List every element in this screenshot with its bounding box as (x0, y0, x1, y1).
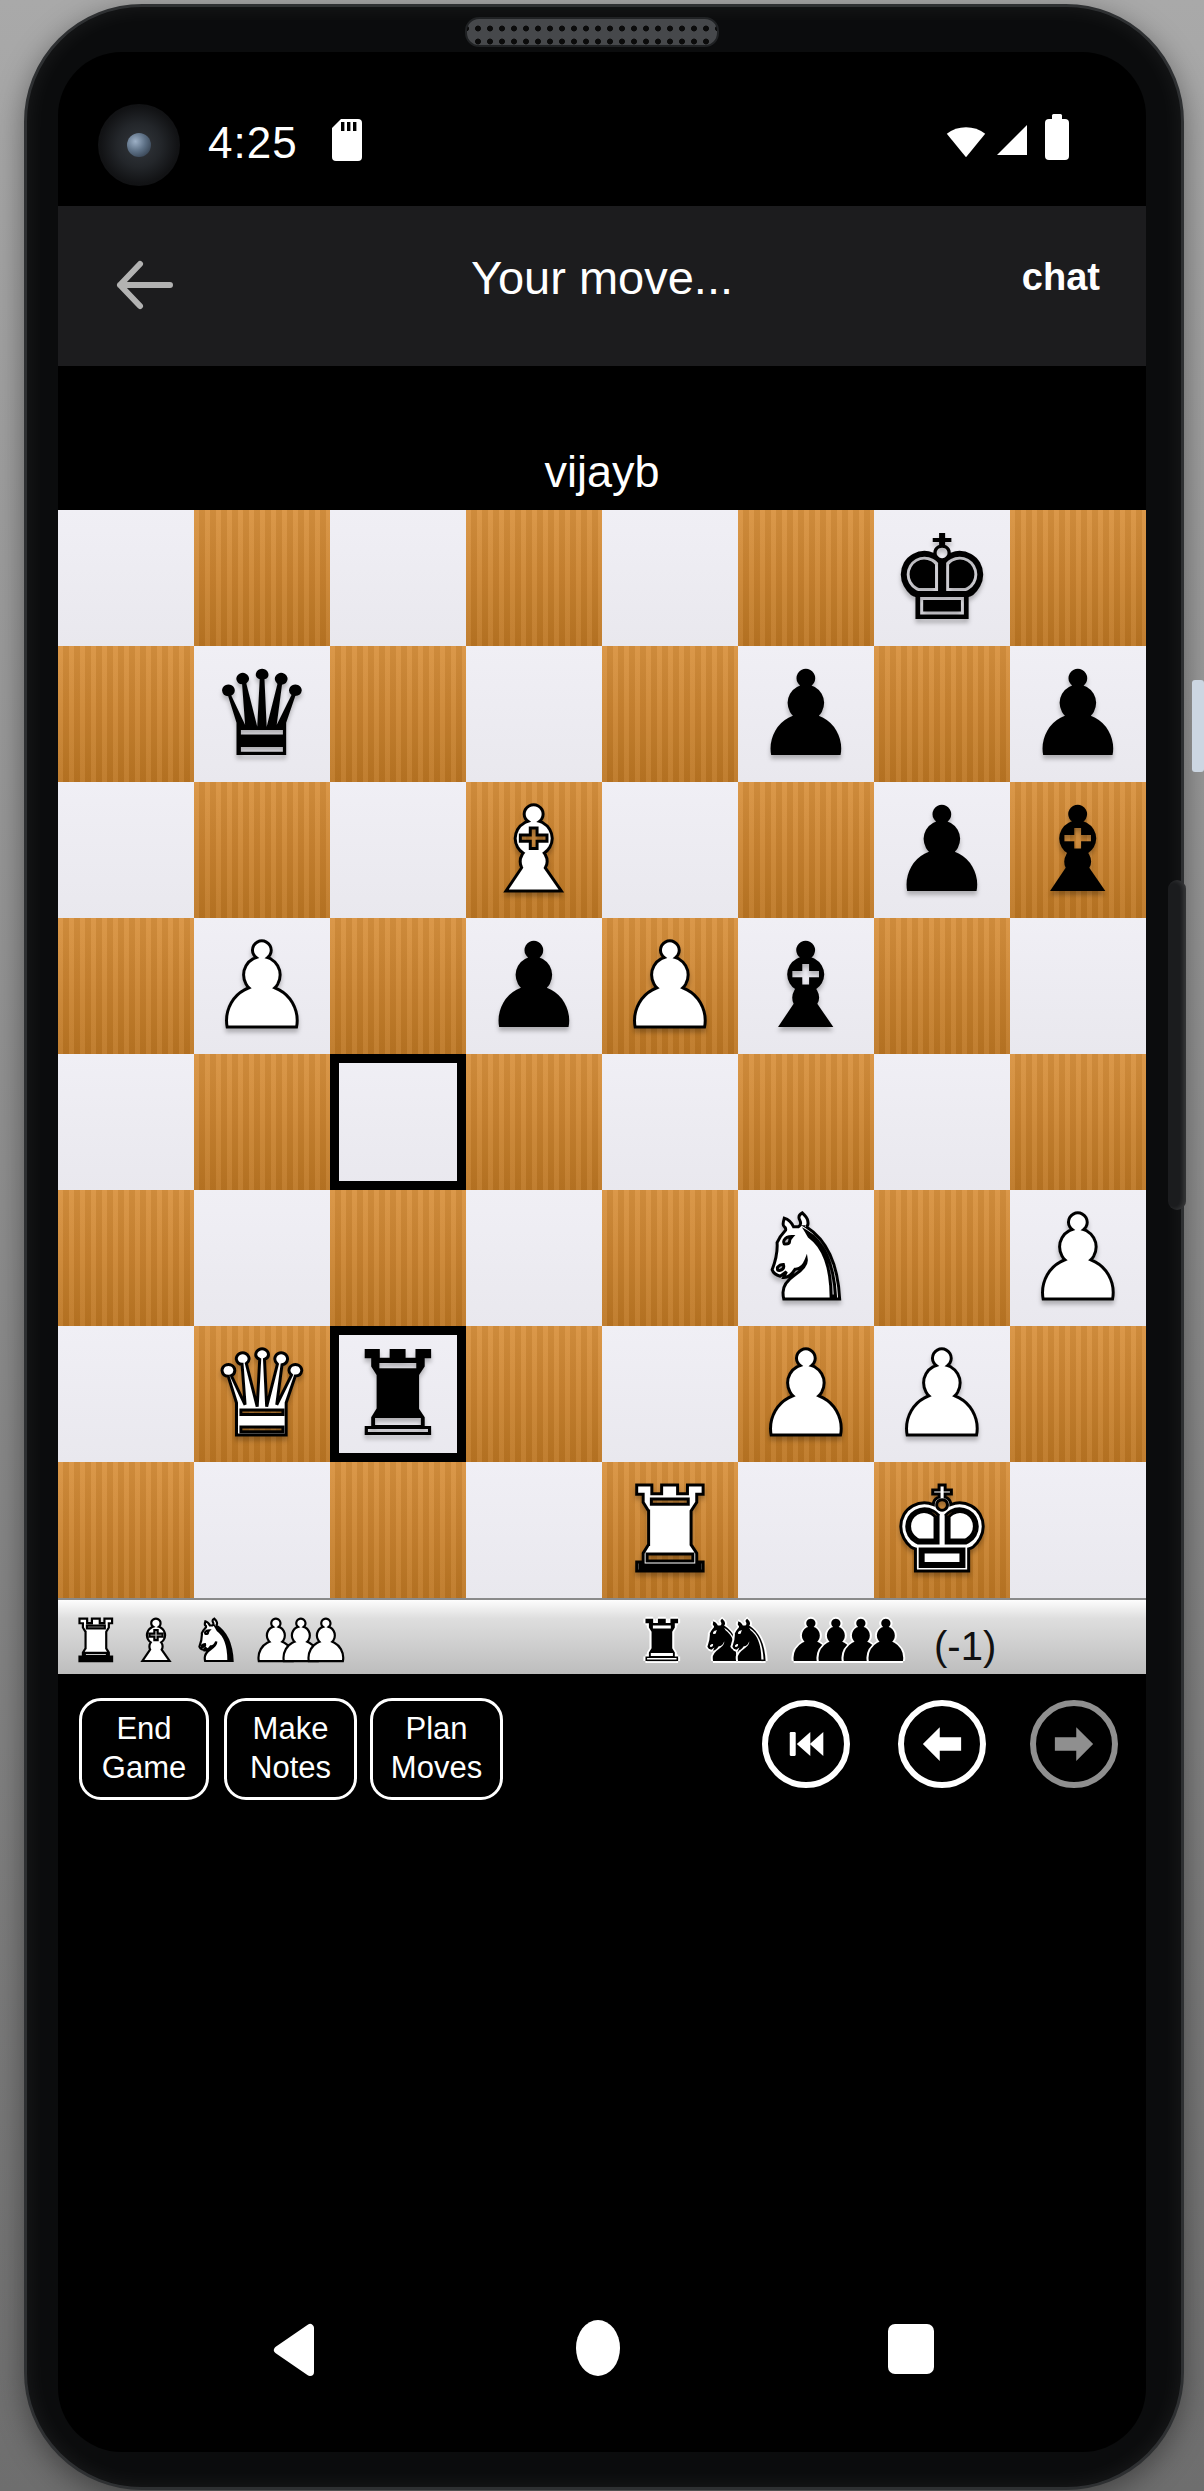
square-a2[interactable] (58, 1326, 194, 1462)
square-e6[interactable] (602, 782, 738, 918)
square-f4[interactable] (738, 1054, 874, 1190)
piece-wR-e1[interactable]: ♜ (617, 1471, 723, 1589)
status-clock: 4:25 (208, 118, 298, 168)
square-e2[interactable] (602, 1326, 738, 1462)
battery-icon (1044, 114, 1070, 164)
sd-card-icon (328, 116, 366, 168)
square-e8[interactable] (602, 510, 738, 646)
piece-bB-h6[interactable]: ♝ (1025, 791, 1131, 909)
square-f3[interactable]: ♞ (738, 1190, 874, 1326)
arrow-left-icon (915, 1717, 969, 1771)
android-recents-button[interactable] (888, 2324, 934, 2374)
square-g7[interactable] (874, 646, 1010, 782)
square-b8[interactable] (194, 510, 330, 646)
wifi-icon (945, 122, 987, 162)
square-e5[interactable]: ♟ (602, 918, 738, 1054)
square-f1[interactable] (738, 1462, 874, 1598)
captured-wN: ♞ (190, 1612, 242, 1670)
captured-wR: ♜ (70, 1612, 122, 1670)
go-to-start-button[interactable] (762, 1700, 850, 1788)
square-b6[interactable] (194, 782, 330, 918)
captured-bN: ♞ (723, 1612, 775, 1670)
square-e1[interactable]: ♜ (602, 1462, 738, 1598)
captured-group: ♟♟♟ (250, 1612, 352, 1670)
square-g6[interactable]: ♟ (874, 782, 1010, 918)
make-notes-button[interactable]: Make Notes (224, 1698, 357, 1800)
square-e3[interactable] (602, 1190, 738, 1326)
piece-bK-g8[interactable]: ♚ (889, 519, 995, 637)
square-a1[interactable] (58, 1462, 194, 1598)
app-bar: Your move... chat (58, 206, 1146, 366)
square-h2[interactable] (1010, 1326, 1146, 1462)
square-h1[interactable] (1010, 1462, 1146, 1598)
material-score-label: (-1) (934, 1622, 996, 1670)
square-f7[interactable]: ♟ (738, 646, 874, 782)
piece-bP-g6[interactable]: ♟ (889, 791, 995, 909)
captured-group: ♞♞ (698, 1612, 775, 1670)
square-a4[interactable] (58, 1054, 194, 1190)
camera-lens-icon (127, 133, 151, 157)
previous-move-button[interactable] (898, 1700, 986, 1788)
page-title: Your move... (58, 250, 1146, 305)
square-a3[interactable] (58, 1190, 194, 1326)
piece-wP-g2[interactable]: ♟ (889, 1335, 995, 1453)
square-g8[interactable]: ♚ (874, 510, 1010, 646)
square-c8[interactable] (330, 510, 466, 646)
square-a5[interactable] (58, 918, 194, 1054)
android-back-button[interactable] (270, 2322, 316, 2382)
scrollbar-thumb[interactable] (1192, 680, 1204, 772)
phone-screen: 4:25 Your move... chat vija (58, 52, 1146, 2452)
square-d8[interactable] (466, 510, 602, 646)
square-g1[interactable]: ♚ (874, 1462, 1010, 1598)
captured-group: ♝ (130, 1612, 182, 1670)
square-d5[interactable]: ♟ (466, 918, 602, 1054)
square-a6[interactable] (58, 782, 194, 918)
captured-white-pieces: ♜♝♞♟♟♟ (70, 1612, 352, 1670)
square-c3[interactable] (330, 1190, 466, 1326)
square-g3[interactable] (874, 1190, 1010, 1326)
square-f6[interactable] (738, 782, 874, 918)
square-b4[interactable] (194, 1054, 330, 1190)
phone-frame: 4:25 Your move... chat vija (24, 4, 1184, 2490)
captured-group: ♞ (190, 1612, 242, 1670)
cellular-signal-icon (994, 122, 1030, 162)
opponent-name: vijayb (58, 446, 1146, 498)
square-h5[interactable] (1010, 918, 1146, 1054)
controls-row: End Game Make Notes Plan Moves (58, 1698, 1146, 1802)
captured-group: ♟♟♟♟ (785, 1612, 912, 1670)
square-h7[interactable]: ♟ (1010, 646, 1146, 782)
captured-group: ♜ (70, 1612, 122, 1670)
arrow-right-icon (1047, 1717, 1101, 1771)
square-h3[interactable]: ♟ (1010, 1190, 1146, 1326)
piece-wB-d6[interactable]: ♝ (481, 791, 587, 909)
chess-board[interactable]: ♚♛♟♟♝♟♝♟♟♟♝♞♟♛♜♟♟♜♚ (58, 510, 1146, 1598)
next-move-button[interactable] (1030, 1700, 1118, 1788)
square-a8[interactable] (58, 510, 194, 646)
square-d2[interactable] (466, 1326, 602, 1462)
square-e7[interactable] (602, 646, 738, 782)
piece-bP-h7[interactable]: ♟ (1025, 655, 1131, 773)
square-g2[interactable]: ♟ (874, 1326, 1010, 1462)
square-d6[interactable]: ♝ (466, 782, 602, 918)
square-g5[interactable] (874, 918, 1010, 1054)
speaker-grille (465, 17, 719, 47)
piece-bQ-b7[interactable]: ♛ (209, 655, 315, 773)
plan-moves-button[interactable]: Plan Moves (370, 1698, 503, 1800)
front-camera (98, 104, 180, 186)
square-e4[interactable] (602, 1054, 738, 1190)
square-c5[interactable] (330, 918, 466, 1054)
piece-bP-f7[interactable]: ♟ (753, 655, 859, 773)
square-d7[interactable] (466, 646, 602, 782)
square-a7[interactable] (58, 646, 194, 782)
captured-pieces-tray: ♜♝♞♟♟♟ ♜♞♞♟♟♟♟(-1) (58, 1598, 1146, 1674)
square-b7[interactable]: ♛ (194, 646, 330, 782)
square-b3[interactable] (194, 1190, 330, 1326)
square-d4[interactable] (466, 1054, 602, 1190)
piece-wP-b5[interactable]: ♟ (209, 927, 315, 1045)
piece-bP-d5[interactable]: ♟ (481, 927, 587, 1045)
captured-group: ♜ (636, 1612, 688, 1670)
power-button (1168, 880, 1186, 1210)
piece-wK-g1[interactable]: ♚ (889, 1471, 995, 1589)
piece-wP-h3[interactable]: ♟ (1025, 1199, 1131, 1317)
square-b1[interactable] (194, 1462, 330, 1598)
square-f5[interactable]: ♝ (738, 918, 874, 1054)
captured-black-pieces: ♜♞♞♟♟♟♟(-1) (636, 1612, 996, 1670)
square-c1[interactable] (330, 1462, 466, 1598)
piece-wP-e5[interactable]: ♟ (617, 927, 723, 1045)
square-d1[interactable] (466, 1462, 602, 1598)
piece-bB-f5[interactable]: ♝ (753, 927, 859, 1045)
end-game-button[interactable]: End Game (79, 1698, 209, 1800)
square-h6[interactable]: ♝ (1010, 782, 1146, 918)
piece-wN-f3[interactable]: ♞ (753, 1199, 859, 1317)
square-c4[interactable] (330, 1054, 466, 1190)
chat-button[interactable]: chat (1022, 256, 1100, 299)
square-f8[interactable] (738, 510, 874, 646)
captured-bP: ♟ (860, 1612, 912, 1670)
captured-wP: ♟ (300, 1612, 352, 1670)
square-h4[interactable] (1010, 1054, 1146, 1190)
captured-bR: ♜ (636, 1612, 688, 1670)
square-d3[interactable] (466, 1190, 602, 1326)
piece-wQ-b2[interactable]: ♛ (209, 1335, 315, 1453)
android-nav-bar (58, 2300, 1146, 2400)
square-f2[interactable]: ♟ (738, 1326, 874, 1462)
square-h8[interactable] (1010, 510, 1146, 646)
square-c2[interactable]: ♜ (330, 1326, 466, 1462)
piece-bR-c2[interactable]: ♜ (345, 1335, 451, 1453)
captured-wB: ♝ (130, 1612, 182, 1670)
square-g4[interactable] (874, 1054, 1010, 1190)
square-c6[interactable] (330, 782, 466, 918)
go-to-start-icon (780, 1718, 832, 1770)
screenshot-stage: 4:25 Your move... chat vija (0, 0, 1204, 2491)
square-b2[interactable]: ♛ (194, 1326, 330, 1462)
piece-wP-f2[interactable]: ♟ (753, 1335, 859, 1453)
square-b5[interactable]: ♟ (194, 918, 330, 1054)
square-c7[interactable] (330, 646, 466, 782)
android-home-button[interactable] (576, 2320, 620, 2376)
